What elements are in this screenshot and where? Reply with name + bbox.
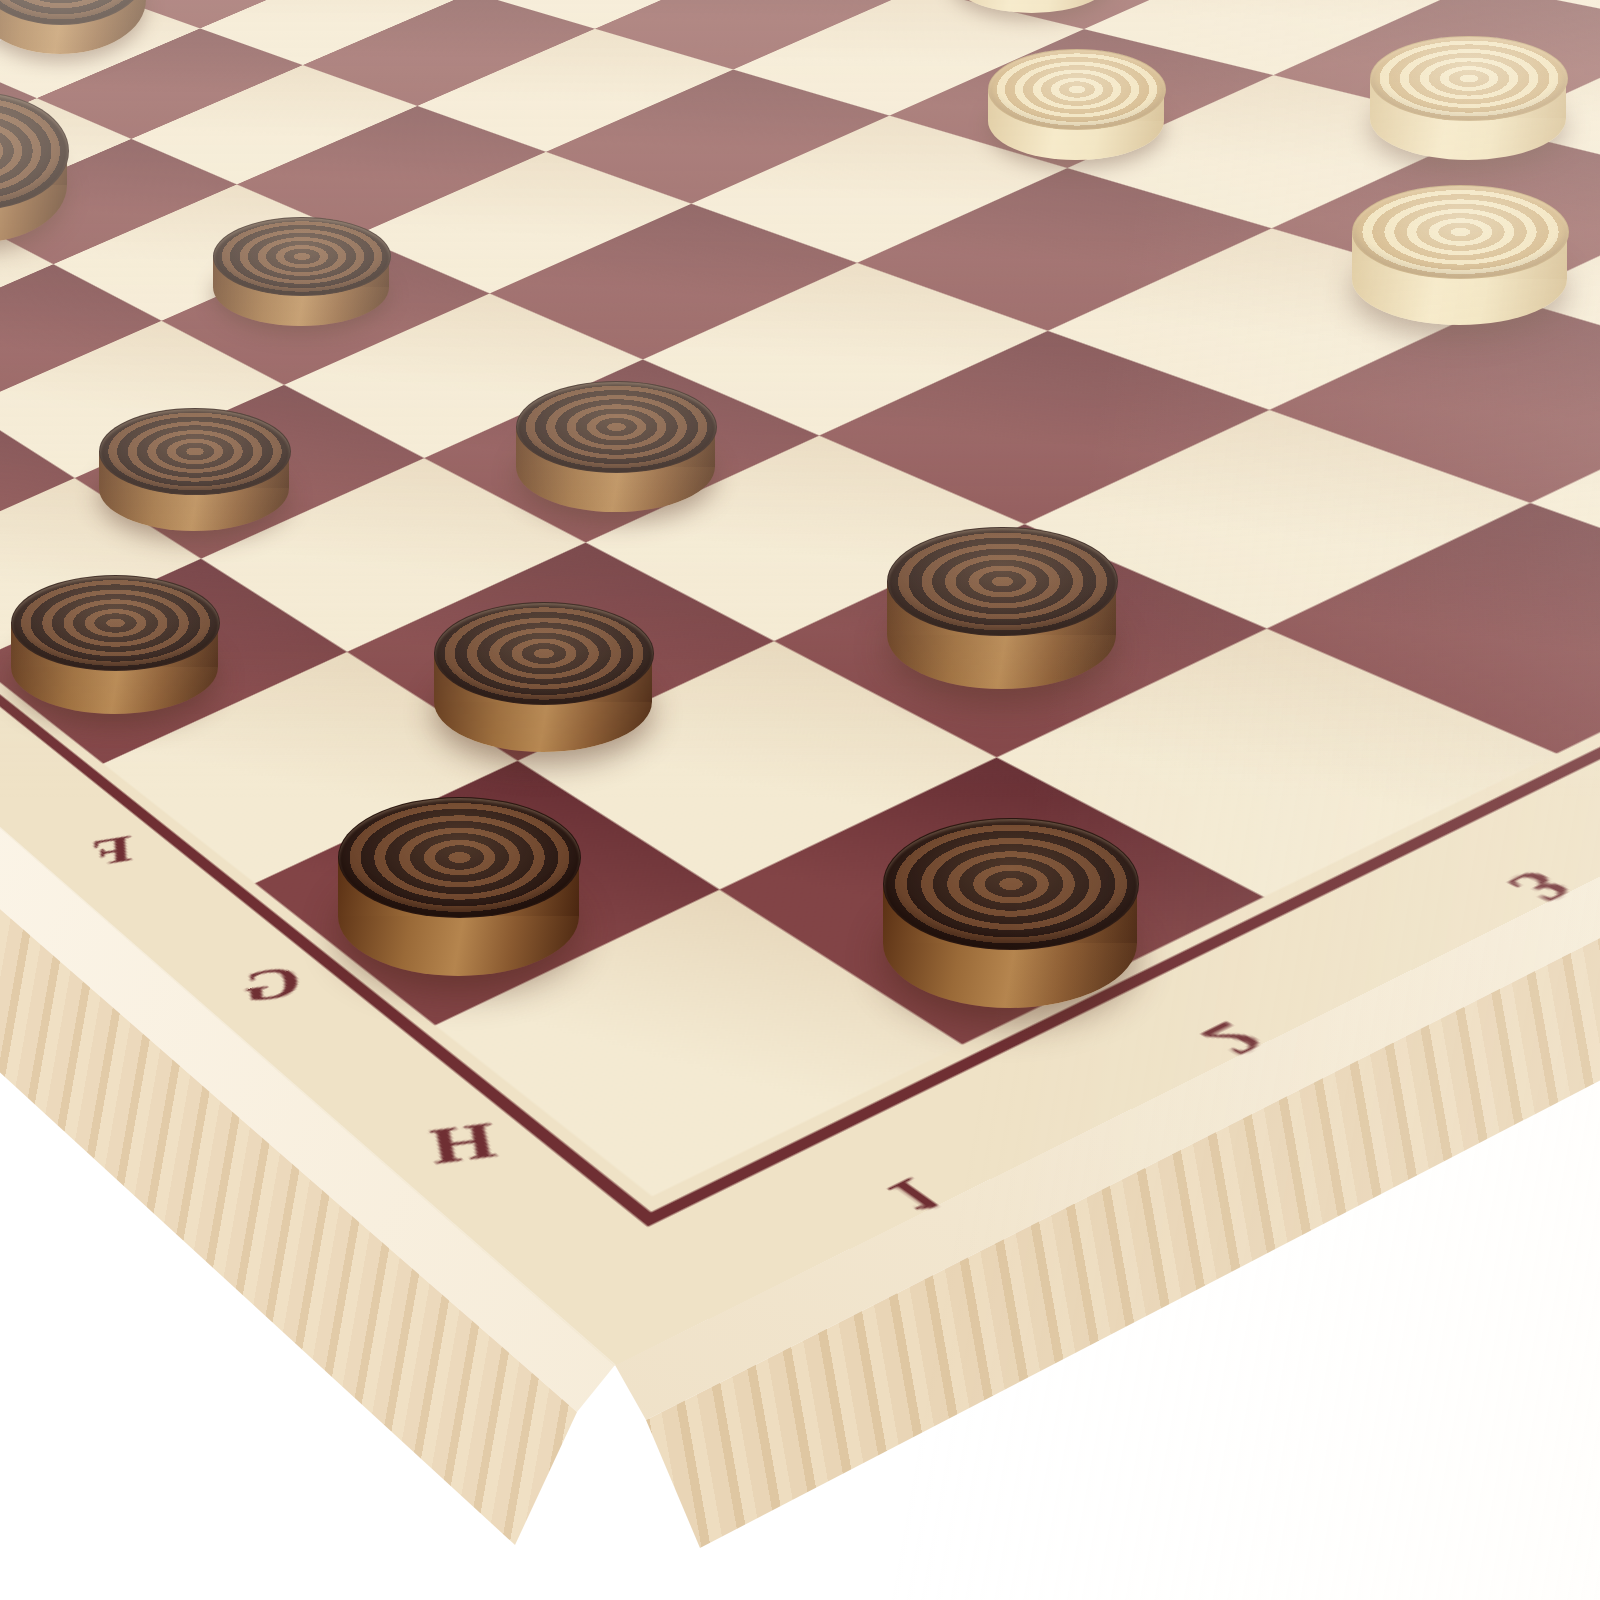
checkers-board-photo: ABCDEFGH12345678	[0, 0, 1600, 1600]
file-label-F: F	[62, 816, 164, 886]
rank-label-2: 2	[1130, 984, 1336, 1094]
file-label-G: G	[214, 945, 331, 1024]
file-label-E: E	[0, 706, 22, 769]
checkers-board: ABCDEFGH12345678	[0, 0, 1600, 1365]
rank-label-3: 3	[1434, 835, 1600, 938]
file-label-H: H	[396, 1098, 532, 1188]
rank-label-1: 1	[816, 1137, 1015, 1255]
